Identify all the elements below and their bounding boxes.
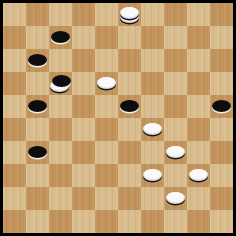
square-28[interactable] xyxy=(95,118,118,141)
square-11[interactable] xyxy=(26,49,49,72)
board-frame xyxy=(0,0,236,236)
square-10[interactable] xyxy=(187,26,210,49)
light-square xyxy=(3,3,26,26)
white-disc xyxy=(166,146,185,158)
square-31[interactable] xyxy=(26,141,49,164)
light-square xyxy=(3,187,26,210)
light-square xyxy=(72,118,95,141)
square-8[interactable] xyxy=(95,26,118,49)
light-square xyxy=(210,164,233,187)
light-square xyxy=(118,26,141,49)
light-square xyxy=(164,72,187,95)
black-disc xyxy=(51,31,70,43)
light-square xyxy=(164,118,187,141)
square-16[interactable] xyxy=(3,72,26,95)
light-square xyxy=(141,95,164,118)
light-square xyxy=(118,72,141,95)
white-man[interactable] xyxy=(164,141,187,164)
square-3[interactable] xyxy=(118,3,141,26)
square-5[interactable] xyxy=(210,3,233,26)
black-man[interactable] xyxy=(26,95,49,118)
square-33[interactable] xyxy=(118,141,141,164)
light-square xyxy=(49,3,72,26)
light-square xyxy=(164,164,187,187)
light-square xyxy=(26,164,49,187)
light-square xyxy=(26,72,49,95)
light-square xyxy=(95,95,118,118)
square-48[interactable] xyxy=(95,210,118,233)
white-disc xyxy=(143,123,162,135)
square-25[interactable] xyxy=(210,95,233,118)
white-disc xyxy=(166,192,185,204)
white-man[interactable] xyxy=(187,164,210,187)
light-square xyxy=(3,49,26,72)
light-square xyxy=(72,210,95,233)
square-15[interactable] xyxy=(210,49,233,72)
white-man[interactable] xyxy=(141,118,164,141)
square-36[interactable] xyxy=(3,164,26,187)
black-disc xyxy=(28,54,47,66)
square-2[interactable] xyxy=(72,3,95,26)
light-square xyxy=(164,26,187,49)
square-4[interactable] xyxy=(164,3,187,26)
black-man[interactable] xyxy=(210,95,233,118)
black-disc xyxy=(120,100,139,112)
square-37[interactable] xyxy=(49,164,72,187)
light-square xyxy=(72,26,95,49)
light-square xyxy=(187,187,210,210)
white-man[interactable] xyxy=(141,164,164,187)
square-41[interactable] xyxy=(26,187,49,210)
light-square xyxy=(141,141,164,164)
light-square xyxy=(210,118,233,141)
light-square xyxy=(118,164,141,187)
light-square xyxy=(141,49,164,72)
light-square xyxy=(3,95,26,118)
light-square xyxy=(187,49,210,72)
light-square xyxy=(118,118,141,141)
square-45[interactable] xyxy=(210,187,233,210)
light-square xyxy=(3,141,26,164)
square-24[interactable] xyxy=(164,95,187,118)
light-square xyxy=(210,210,233,233)
square-6[interactable] xyxy=(3,26,26,49)
light-square xyxy=(95,141,118,164)
light-square xyxy=(72,164,95,187)
board xyxy=(3,3,233,233)
square-42[interactable] xyxy=(72,187,95,210)
black-man[interactable] xyxy=(118,95,141,118)
square-40[interactable] xyxy=(187,164,210,187)
light-square xyxy=(49,141,72,164)
light-square xyxy=(72,72,95,95)
square-26[interactable] xyxy=(3,118,26,141)
square-46[interactable] xyxy=(3,210,26,233)
light-square xyxy=(95,187,118,210)
square-38[interactable] xyxy=(95,164,118,187)
square-47[interactable] xyxy=(49,210,72,233)
square-43[interactable] xyxy=(118,187,141,210)
black-man[interactable] xyxy=(26,141,49,164)
white-disc xyxy=(97,77,116,89)
square-34[interactable] xyxy=(164,141,187,164)
square-20[interactable] xyxy=(187,72,210,95)
light-square xyxy=(26,26,49,49)
square-27[interactable] xyxy=(49,118,72,141)
square-44[interactable] xyxy=(164,187,187,210)
black-man[interactable] xyxy=(49,26,72,49)
light-square xyxy=(164,210,187,233)
black-man[interactable] xyxy=(26,49,49,72)
light-square xyxy=(95,49,118,72)
black-man-on-white-man[interactable] xyxy=(49,72,72,95)
light-square xyxy=(26,118,49,141)
black-disc xyxy=(52,75,71,87)
white-disc xyxy=(143,169,162,181)
square-1[interactable] xyxy=(26,3,49,26)
light-square xyxy=(187,141,210,164)
square-14[interactable] xyxy=(164,49,187,72)
light-square xyxy=(118,210,141,233)
square-30[interactable] xyxy=(187,118,210,141)
light-square xyxy=(141,3,164,26)
light-square xyxy=(210,72,233,95)
square-22[interactable] xyxy=(72,95,95,118)
white-disc xyxy=(120,7,139,19)
black-disc xyxy=(28,146,47,158)
white-man[interactable] xyxy=(164,187,187,210)
square-35[interactable] xyxy=(210,141,233,164)
square-39[interactable] xyxy=(141,164,164,187)
light-square xyxy=(187,95,210,118)
square-17[interactable] xyxy=(49,72,72,95)
square-13[interactable] xyxy=(118,49,141,72)
square-21[interactable] xyxy=(26,95,49,118)
white-king[interactable] xyxy=(118,3,141,26)
light-square xyxy=(49,49,72,72)
square-32[interactable] xyxy=(72,141,95,164)
black-disc xyxy=(212,100,231,112)
white-disc xyxy=(189,169,208,181)
light-square xyxy=(95,3,118,26)
square-23[interactable] xyxy=(118,95,141,118)
square-49[interactable] xyxy=(141,210,164,233)
square-19[interactable] xyxy=(141,72,164,95)
square-9[interactable] xyxy=(141,26,164,49)
black-disc xyxy=(28,100,47,112)
square-29[interactable] xyxy=(141,118,164,141)
square-18[interactable] xyxy=(95,72,118,95)
white-man[interactable] xyxy=(95,72,118,95)
light-square xyxy=(49,187,72,210)
square-12[interactable] xyxy=(72,49,95,72)
light-square xyxy=(210,26,233,49)
light-square xyxy=(141,187,164,210)
light-square xyxy=(187,3,210,26)
square-50[interactable] xyxy=(187,210,210,233)
light-square xyxy=(26,210,49,233)
square-7[interactable] xyxy=(49,26,72,49)
light-square xyxy=(49,95,72,118)
